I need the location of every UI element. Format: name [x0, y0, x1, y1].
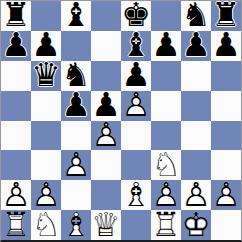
- square-a1[interactable]: ♜♖: [1, 210, 31, 240]
- square-g4[interactable]: [181, 121, 211, 151]
- square-c8[interactable]: ♝: [61, 1, 91, 31]
- square-g5[interactable]: [181, 91, 211, 121]
- square-h4[interactable]: [211, 121, 241, 151]
- square-e4[interactable]: [121, 121, 151, 151]
- black-pawn-icon: ♟: [211, 30, 241, 60]
- white-pawn-outline-icon: ♙: [91, 120, 121, 150]
- black-pawn[interactable]: ♟: [211, 31, 241, 61]
- square-h2[interactable]: ♟♙: [211, 180, 241, 210]
- white-pawn-outline-icon: ♙: [61, 149, 91, 179]
- square-b4[interactable]: [31, 121, 61, 151]
- square-e1[interactable]: [121, 210, 151, 240]
- square-c5[interactable]: ♟: [61, 91, 91, 121]
- black-queen[interactable]: ♛: [31, 61, 61, 91]
- white-king[interactable]: ♚♔: [181, 210, 211, 240]
- square-c1[interactable]: ♝♗: [61, 210, 91, 240]
- black-pawn[interactable]: ♟: [1, 31, 31, 61]
- black-pawn-icon: ♟: [61, 90, 91, 120]
- white-pawn-outline-icon: ♙: [121, 90, 151, 120]
- square-d3[interactable]: [91, 150, 121, 180]
- white-queen-outline-icon: ♕: [91, 209, 121, 239]
- square-b5[interactable]: [31, 91, 61, 121]
- square-b1[interactable]: ♞♘: [31, 210, 61, 240]
- square-f7[interactable]: ♟: [151, 31, 181, 61]
- white-rook-outline-icon: ♖: [151, 209, 181, 239]
- square-d8[interactable]: [91, 1, 121, 31]
- square-a4[interactable]: [1, 121, 31, 151]
- white-pawn[interactable]: ♟♙: [61, 150, 91, 180]
- black-pawn-icon: ♟: [151, 30, 181, 60]
- black-pawn-icon: ♟: [1, 30, 31, 60]
- white-bishop[interactable]: ♝♗: [61, 210, 91, 240]
- black-bishop[interactable]: ♝: [61, 1, 91, 31]
- black-pawn-icon: ♟: [181, 30, 211, 60]
- white-queen[interactable]: ♛♕: [91, 210, 121, 240]
- square-g1[interactable]: ♚♔: [181, 210, 211, 240]
- white-bishop-outline-icon: ♗: [61, 209, 91, 239]
- white-pawn[interactable]: ♟♙: [121, 91, 151, 121]
- square-a6[interactable]: [1, 61, 31, 91]
- white-rook-outline-icon: ♖: [1, 209, 31, 239]
- black-pawn[interactable]: ♟: [151, 31, 181, 61]
- black-queen-icon: ♛: [31, 60, 61, 90]
- white-king-outline-icon: ♔: [181, 209, 211, 239]
- square-d7[interactable]: [91, 31, 121, 61]
- square-c3[interactable]: ♟♙: [61, 150, 91, 180]
- white-knight[interactable]: ♞♘: [31, 210, 61, 240]
- square-a5[interactable]: [1, 91, 31, 121]
- square-h7[interactable]: ♟: [211, 31, 241, 61]
- square-h5[interactable]: [211, 91, 241, 121]
- black-pawn[interactable]: ♟: [61, 91, 91, 121]
- square-d1[interactable]: ♛♕: [91, 210, 121, 240]
- square-g7[interactable]: ♟: [181, 31, 211, 61]
- white-pawn[interactable]: ♟♙: [211, 180, 241, 210]
- square-f6[interactable]: [151, 61, 181, 91]
- square-a7[interactable]: ♟: [1, 31, 31, 61]
- square-b6[interactable]: ♛: [31, 61, 61, 91]
- square-d4[interactable]: ♟♙: [91, 121, 121, 151]
- white-knight-outline-icon: ♘: [31, 209, 61, 239]
- square-f1[interactable]: ♜♖: [151, 210, 181, 240]
- white-rook[interactable]: ♜♖: [151, 210, 181, 240]
- square-h1[interactable]: [211, 210, 241, 240]
- white-bishop[interactable]: ♝♗: [121, 180, 151, 210]
- black-pawn[interactable]: ♟: [181, 31, 211, 61]
- square-e5[interactable]: ♟♙: [121, 91, 151, 121]
- white-rook[interactable]: ♜♖: [1, 210, 31, 240]
- black-bishop-icon: ♝: [61, 0, 91, 30]
- square-f5[interactable]: [151, 91, 181, 121]
- chess-board: ♜♝♚♞♜♟♟♝♟♟♟♛♞♟♟♟♟♙♟♙♟♙♞♘♟♙♟♙♝♗♟♙♟♙♟♙♜♖♞♘…: [0, 0, 242, 242]
- square-g6[interactable]: [181, 61, 211, 91]
- white-pawn[interactable]: ♟♙: [91, 121, 121, 151]
- square-h6[interactable]: [211, 61, 241, 91]
- square-e2[interactable]: ♝♗: [121, 180, 151, 210]
- white-bishop-outline-icon: ♗: [121, 179, 151, 209]
- white-pawn-outline-icon: ♙: [211, 179, 241, 209]
